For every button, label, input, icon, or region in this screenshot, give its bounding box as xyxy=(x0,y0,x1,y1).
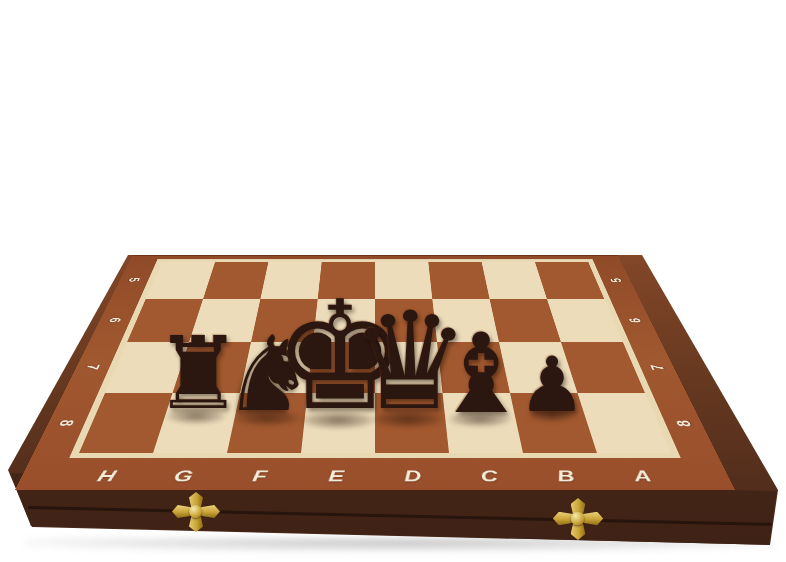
square-g5 xyxy=(203,262,268,299)
right-clasp-knob-icon xyxy=(571,512,585,526)
file-label-d: D xyxy=(375,467,452,485)
rank-label-left-6: 6 xyxy=(102,312,128,329)
square-a5 xyxy=(535,262,604,299)
right-clasp xyxy=(553,498,603,540)
file-label-g: G xyxy=(143,467,224,485)
file-label-f: F xyxy=(220,467,299,485)
left-clasp-knob-icon xyxy=(189,505,202,518)
file-label-a: A xyxy=(602,467,685,485)
rank-label-right-7: 7 xyxy=(643,357,672,377)
file-label-e: E xyxy=(298,467,375,485)
file-label-c: C xyxy=(451,467,530,485)
left-clasp xyxy=(172,492,220,532)
black-pawn-b8: ♟ xyxy=(518,347,586,423)
rank-label-left-8: 8 xyxy=(50,411,83,435)
rank-label-right-6: 6 xyxy=(622,312,648,329)
rank-label-right-5: 5 xyxy=(604,273,628,288)
file-label-h: H xyxy=(65,467,148,485)
square-a6 xyxy=(547,299,623,342)
rank-label-left-5: 5 xyxy=(122,273,146,288)
rank-label-right-8: 8 xyxy=(667,411,700,435)
black-bishop-c8: ♝ xyxy=(432,319,531,429)
file-label-b: B xyxy=(526,467,607,485)
rank-label-left-7: 7 xyxy=(78,357,107,377)
